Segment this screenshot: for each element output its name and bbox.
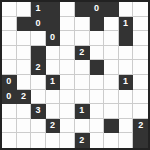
cell-r5c7[interactable] <box>104 75 119 90</box>
cell-r9c4[interactable] <box>60 133 75 148</box>
cell-r7c3[interactable] <box>46 104 61 119</box>
cell-r2c6[interactable] <box>90 31 105 46</box>
cell-r8c3-clue-2[interactable]: 2 <box>46 119 61 134</box>
cell-r2c7[interactable] <box>104 31 119 46</box>
cell-r7c7[interactable] <box>104 104 119 119</box>
cell-r8c8[interactable] <box>119 119 134 134</box>
cell-r6c9[interactable] <box>133 90 148 105</box>
cell-r6c0-clue-0[interactable]: 0 <box>2 90 17 105</box>
cell-r4c2-clue-2[interactable]: 2 <box>31 60 46 75</box>
cell-r3c7[interactable] <box>104 46 119 61</box>
cell-r4c0[interactable] <box>2 60 17 75</box>
cell-r0c3-black[interactable] <box>46 2 61 17</box>
cell-r9c9-black[interactable] <box>133 133 148 148</box>
cell-r8c2[interactable] <box>31 119 46 134</box>
cell-r3c8[interactable] <box>119 46 134 61</box>
cell-r9c8[interactable] <box>119 133 134 148</box>
puzzle-grid: 10010220110231222 <box>0 0 150 150</box>
cell-r7c6[interactable] <box>90 104 105 119</box>
cell-r4c3[interactable] <box>46 60 61 75</box>
cell-r2c4[interactable] <box>60 31 75 46</box>
cell-r5c1[interactable] <box>17 75 32 90</box>
cell-r1c3-black[interactable] <box>46 17 61 32</box>
cell-r2c1[interactable] <box>17 31 32 46</box>
cell-r6c1-clue-2[interactable]: 2 <box>17 90 32 105</box>
cell-r0c4[interactable] <box>60 2 75 17</box>
cell-r6c2[interactable] <box>31 90 46 105</box>
cell-r0c0[interactable] <box>2 2 17 17</box>
cell-r9c2[interactable] <box>31 133 46 148</box>
cell-r4c7[interactable] <box>104 60 119 75</box>
cell-r9c1[interactable] <box>17 133 32 148</box>
cell-r9c5-clue-2[interactable]: 2 <box>75 133 90 148</box>
cell-r2c9[interactable] <box>133 31 148 46</box>
cell-r2c3-clue-0[interactable]: 0 <box>46 31 61 46</box>
cell-r2c2[interactable] <box>31 31 46 46</box>
cell-r1c2-clue-0[interactable]: 0 <box>31 17 46 32</box>
cell-r5c6[interactable] <box>90 75 105 90</box>
cell-r7c4[interactable] <box>60 104 75 119</box>
cell-r3c0[interactable] <box>2 46 17 61</box>
cell-r4c8[interactable] <box>119 60 134 75</box>
cell-r8c1[interactable] <box>17 119 32 134</box>
cell-r2c0[interactable] <box>2 31 17 46</box>
cell-r5c3-clue-1[interactable]: 1 <box>46 75 61 90</box>
cell-r5c9[interactable] <box>133 75 148 90</box>
cell-r1c6-black[interactable] <box>90 17 105 32</box>
cell-r9c6[interactable] <box>90 133 105 148</box>
cell-r7c5-clue-1[interactable]: 1 <box>75 104 90 119</box>
cell-r8c0[interactable] <box>2 119 17 134</box>
cell-r0c8[interactable] <box>119 2 134 17</box>
cell-r5c2[interactable] <box>31 75 46 90</box>
cell-r4c6-black[interactable] <box>90 60 105 75</box>
cell-r4c9[interactable] <box>133 60 148 75</box>
cell-r1c0[interactable] <box>2 17 17 32</box>
cell-r7c9[interactable] <box>133 104 148 119</box>
cell-r9c7[interactable] <box>104 133 119 148</box>
cell-r3c5-clue-2[interactable]: 2 <box>75 46 90 61</box>
cell-r0c7-black[interactable] <box>104 2 119 17</box>
cell-r1c5[interactable] <box>75 17 90 32</box>
cell-r9c3[interactable] <box>46 133 61 148</box>
cell-r9c0[interactable] <box>2 133 17 148</box>
cell-r3c2-black[interactable] <box>31 46 46 61</box>
cell-r3c9[interactable] <box>133 46 148 61</box>
cell-r1c1-black[interactable] <box>17 17 32 32</box>
cell-r1c7[interactable] <box>104 17 119 32</box>
cell-r7c2-clue-3[interactable]: 3 <box>31 104 46 119</box>
cell-r7c8[interactable] <box>119 104 134 119</box>
cell-r5c5[interactable] <box>75 75 90 90</box>
cell-r5c4[interactable] <box>60 75 75 90</box>
cell-r8c4[interactable] <box>60 119 75 134</box>
cell-r7c1[interactable] <box>17 104 32 119</box>
cell-r0c1[interactable] <box>17 2 32 17</box>
cell-r0c6-clue-0[interactable]: 0 <box>90 2 105 17</box>
cell-r3c3[interactable] <box>46 46 61 61</box>
cell-r0c5-black[interactable] <box>75 2 90 17</box>
cell-r4c4[interactable] <box>60 60 75 75</box>
cell-r1c4[interactable] <box>60 17 75 32</box>
cell-r2c5[interactable] <box>75 31 90 46</box>
cell-r1c8-clue-1[interactable]: 1 <box>119 17 134 32</box>
cell-r4c1[interactable] <box>17 60 32 75</box>
cell-r4c5[interactable] <box>75 60 90 75</box>
cell-r0c2-clue-1[interactable]: 1 <box>31 2 46 17</box>
cell-r6c3[interactable] <box>46 90 61 105</box>
cell-r5c8-clue-1[interactable]: 1 <box>119 75 134 90</box>
cell-r3c6[interactable] <box>90 46 105 61</box>
cell-r6c7[interactable] <box>104 90 119 105</box>
cell-r6c6[interactable] <box>90 90 105 105</box>
cell-r0c9[interactable] <box>133 2 148 17</box>
cell-r7c0[interactable] <box>2 104 17 119</box>
cell-r5c0-clue-0[interactable]: 0 <box>2 75 17 90</box>
cell-r8c9-clue-2[interactable]: 2 <box>133 119 148 134</box>
cell-r6c4[interactable] <box>60 90 75 105</box>
cell-r2c8-black[interactable] <box>119 31 134 46</box>
cell-r6c8[interactable] <box>119 90 134 105</box>
cell-r8c5[interactable] <box>75 119 90 134</box>
cell-r3c1[interactable] <box>17 46 32 61</box>
puzzle-board-wrap: 10010220110231222 <box>0 0 150 150</box>
cell-r8c6[interactable] <box>90 119 105 134</box>
cell-r3c4[interactable] <box>60 46 75 61</box>
cell-r1c9[interactable] <box>133 17 148 32</box>
cell-r8c7-black[interactable] <box>104 119 119 134</box>
cell-r6c5[interactable] <box>75 90 90 105</box>
